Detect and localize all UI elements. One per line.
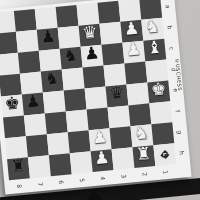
board-square: ♛ bbox=[106, 84, 129, 107]
rank-label: 3 bbox=[117, 165, 133, 187]
white-rook: ♜ bbox=[132, 143, 155, 166]
white-pawn: ♟ bbox=[90, 147, 113, 170]
white-knight: ♞ bbox=[130, 122, 153, 145]
white-queen: ♛ bbox=[78, 21, 101, 44]
offboard-piece bbox=[88, 193, 101, 200]
board-square bbox=[56, 5, 79, 28]
board-square bbox=[43, 91, 66, 114]
board-square: ♟ bbox=[37, 28, 60, 51]
chess-board: ♟♛♟♞♞♟♟♝♞♚♟♛♚♟♞♜♟♜ abcdefgh 87654321 ©US… bbox=[0, 0, 192, 195]
board-square: ♞ bbox=[41, 70, 64, 93]
board-square bbox=[99, 22, 122, 45]
board-square bbox=[24, 113, 47, 136]
rank-label: 8 bbox=[12, 175, 28, 197]
board-square: ♚ bbox=[1, 95, 24, 118]
black-knight: ♞ bbox=[59, 44, 82, 67]
board-square bbox=[64, 88, 87, 111]
board-square bbox=[0, 53, 20, 76]
board-square bbox=[101, 43, 124, 66]
board-square bbox=[108, 105, 131, 128]
board-square: ♟ bbox=[122, 41, 145, 64]
board-square bbox=[110, 126, 133, 149]
board-square bbox=[47, 132, 70, 155]
board-square bbox=[62, 68, 85, 91]
white-pawn: ♟ bbox=[122, 38, 145, 61]
board-square bbox=[14, 9, 37, 32]
file-label: g bbox=[169, 124, 191, 140]
white-pawn: ♟ bbox=[120, 17, 143, 40]
file-label: h bbox=[171, 145, 193, 161]
board-square bbox=[124, 62, 147, 85]
board-square bbox=[3, 115, 26, 138]
board-square bbox=[16, 30, 39, 53]
rank-label: 7 bbox=[33, 173, 49, 195]
rank-label: 1 bbox=[159, 161, 175, 183]
board-square bbox=[68, 130, 91, 153]
black-knight: ♞ bbox=[41, 67, 64, 90]
black-pawn: ♟ bbox=[37, 25, 60, 48]
board-square bbox=[66, 109, 89, 132]
board-square bbox=[85, 86, 108, 109]
black-king: ♚ bbox=[1, 92, 24, 115]
board-square: ♞ bbox=[60, 47, 83, 70]
rank-label: 2 bbox=[138, 163, 154, 185]
black-pawn: ♟ bbox=[22, 90, 45, 113]
white-pawn: ♟ bbox=[88, 126, 111, 149]
board-square bbox=[126, 82, 149, 105]
photo-background: ♟♛♟♞♞♟♟♝♞♚♟♛♚♟♞♜♟♜ abcdefgh 87654321 ©US… bbox=[0, 0, 200, 200]
black-queen: ♛ bbox=[105, 82, 128, 105]
file-label: b bbox=[159, 20, 181, 36]
board-square bbox=[97, 1, 120, 24]
board-square: ♟ bbox=[22, 93, 45, 116]
file-label: f bbox=[167, 103, 189, 119]
file-label: a bbox=[157, 0, 179, 15]
black-pawn: ♟ bbox=[80, 42, 103, 65]
board-square bbox=[26, 134, 49, 157]
board-square bbox=[45, 111, 68, 134]
rank-label: 4 bbox=[96, 167, 112, 189]
board-grid: ♟♛♟♞♞♟♟♝♞♚♟♛♚♟♞♜♟♜ bbox=[0, 0, 176, 180]
board-square bbox=[18, 51, 41, 74]
board-square bbox=[0, 32, 18, 55]
board-square bbox=[83, 66, 106, 89]
rank-label: 6 bbox=[54, 171, 70, 193]
board-square: ♟ bbox=[81, 45, 104, 68]
four-arrow-compass-icon bbox=[158, 148, 172, 162]
black-rook: ♜ bbox=[7, 155, 30, 178]
rank-label: 5 bbox=[75, 169, 91, 191]
